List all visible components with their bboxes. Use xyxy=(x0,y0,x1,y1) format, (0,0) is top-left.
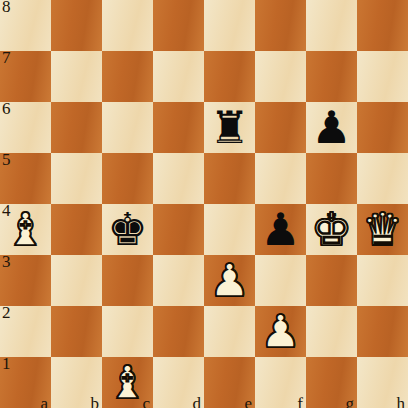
square-b8[interactable] xyxy=(51,0,102,51)
square-g6[interactable]: ♟ xyxy=(306,102,357,153)
square-b5[interactable] xyxy=(51,153,102,204)
rank-label-3: 3 xyxy=(2,253,11,270)
square-g7[interactable] xyxy=(306,51,357,102)
black-pawn-piece[interactable]: ♟ xyxy=(260,204,300,255)
square-d2[interactable] xyxy=(153,306,204,357)
square-b7[interactable] xyxy=(51,51,102,102)
square-e6[interactable]: ♜ xyxy=(204,102,255,153)
file-label-g: g xyxy=(306,395,357,408)
square-b4[interactable] xyxy=(51,204,102,255)
square-b2[interactable] xyxy=(51,306,102,357)
rank-label-7: 7 xyxy=(2,49,11,66)
square-h6[interactable] xyxy=(357,102,408,153)
file-label-b: b xyxy=(51,395,102,408)
square-g3[interactable] xyxy=(306,255,357,306)
file-label-f: f xyxy=(255,395,306,408)
file-label-d: d xyxy=(153,395,204,408)
rank-label-1: 1 xyxy=(2,355,11,372)
square-c4[interactable]: ♚ xyxy=(102,204,153,255)
square-f2[interactable]: ♟ xyxy=(255,306,306,357)
square-d3[interactable] xyxy=(153,255,204,306)
white-pawn-piece[interactable]: ♟ xyxy=(260,306,300,357)
rank-label-6: 6 xyxy=(2,100,11,117)
rank-label-5: 5 xyxy=(2,151,11,168)
black-king-piece[interactable]: ♚ xyxy=(107,204,147,255)
square-e7[interactable] xyxy=(204,51,255,102)
square-g2[interactable] xyxy=(306,306,357,357)
square-c2[interactable] xyxy=(102,306,153,357)
square-f6[interactable] xyxy=(255,102,306,153)
square-e3[interactable]: ♟ xyxy=(204,255,255,306)
square-g4[interactable]: ♚ xyxy=(306,204,357,255)
square-h2[interactable] xyxy=(357,306,408,357)
square-d5[interactable] xyxy=(153,153,204,204)
square-c5[interactable] xyxy=(102,153,153,204)
square-b3[interactable] xyxy=(51,255,102,306)
square-c7[interactable] xyxy=(102,51,153,102)
file-label-a: a xyxy=(0,395,51,408)
rank-label-8: 8 xyxy=(2,0,11,15)
chess-board: ♜♟♝♚♟♚♛♟♟♝12345678abcdefgh xyxy=(0,0,408,408)
square-e4[interactable] xyxy=(204,204,255,255)
square-d6[interactable] xyxy=(153,102,204,153)
square-e2[interactable] xyxy=(204,306,255,357)
square-d8[interactable] xyxy=(153,0,204,51)
file-label-c: c xyxy=(102,395,153,408)
square-e8[interactable] xyxy=(204,0,255,51)
square-h7[interactable] xyxy=(357,51,408,102)
rank-label-4: 4 xyxy=(2,202,11,219)
square-f5[interactable] xyxy=(255,153,306,204)
square-h8[interactable] xyxy=(357,0,408,51)
square-e5[interactable] xyxy=(204,153,255,204)
square-g5[interactable] xyxy=(306,153,357,204)
white-queen-piece[interactable]: ♛ xyxy=(362,204,402,255)
square-h5[interactable] xyxy=(357,153,408,204)
file-label-e: e xyxy=(204,395,255,408)
rank-label-2: 2 xyxy=(2,304,11,321)
square-b6[interactable] xyxy=(51,102,102,153)
square-f4[interactable]: ♟ xyxy=(255,204,306,255)
file-label-h: h xyxy=(357,395,408,408)
white-pawn-piece[interactable]: ♟ xyxy=(209,255,249,306)
square-d7[interactable] xyxy=(153,51,204,102)
black-rook-piece[interactable]: ♜ xyxy=(209,102,249,153)
square-f3[interactable] xyxy=(255,255,306,306)
square-g8[interactable] xyxy=(306,0,357,51)
square-h3[interactable] xyxy=(357,255,408,306)
square-f8[interactable] xyxy=(255,0,306,51)
square-h4[interactable]: ♛ xyxy=(357,204,408,255)
square-c3[interactable] xyxy=(102,255,153,306)
white-bishop-piece[interactable]: ♝ xyxy=(5,204,45,255)
square-f7[interactable] xyxy=(255,51,306,102)
square-d4[interactable] xyxy=(153,204,204,255)
square-c6[interactable] xyxy=(102,102,153,153)
white-king-piece[interactable]: ♚ xyxy=(311,204,351,255)
square-c8[interactable] xyxy=(102,0,153,51)
black-pawn-piece[interactable]: ♟ xyxy=(311,102,351,153)
